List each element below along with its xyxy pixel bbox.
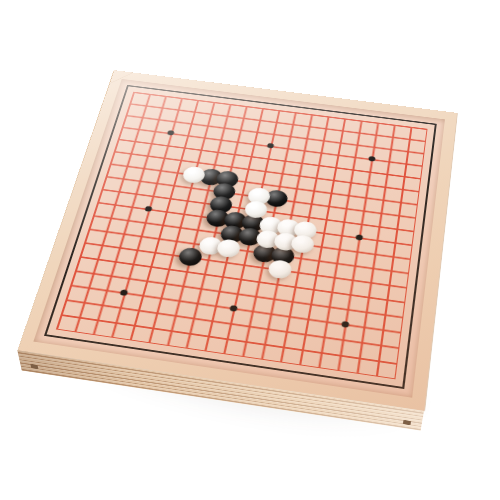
star-point	[368, 156, 375, 162]
white-stone[interactable]	[216, 238, 242, 258]
star-point	[145, 206, 153, 212]
black-stone[interactable]	[219, 224, 245, 244]
star-point	[167, 130, 175, 136]
dowel-joint-left	[30, 364, 38, 369]
white-stone[interactable]	[293, 220, 318, 240]
go-board-box	[17, 70, 457, 411]
star-point	[120, 289, 129, 296]
star-point	[229, 305, 238, 312]
white-stone[interactable]	[258, 216, 283, 236]
dowel-joint-right	[403, 420, 411, 425]
black-stone[interactable]	[237, 227, 263, 247]
white-stone[interactable]	[255, 229, 281, 249]
star-point	[267, 143, 275, 149]
go-board-product-photo	[0, 0, 500, 500]
star-point	[355, 234, 363, 240]
white-stone[interactable]	[275, 218, 300, 238]
board-surface	[33, 79, 445, 398]
white-stone[interactable]	[273, 231, 298, 251]
star-point	[341, 320, 349, 327]
white-stone[interactable]	[198, 235, 224, 255]
black-stone[interactable]	[177, 247, 204, 267]
black-stone[interactable]	[270, 245, 296, 265]
white-stone[interactable]	[290, 234, 315, 254]
white-stone[interactable]	[267, 259, 293, 280]
black-stone[interactable]	[252, 243, 278, 263]
